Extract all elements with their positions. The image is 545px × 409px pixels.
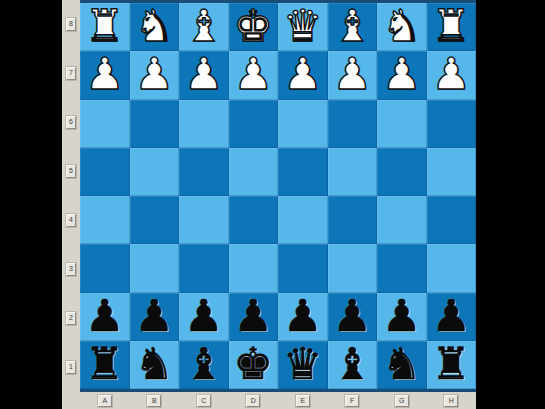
- square-d1[interactable]: ♚: [229, 341, 279, 389]
- file-label-b: B: [147, 395, 161, 407]
- rank-label-8: 8: [66, 18, 76, 31]
- square-f2[interactable]: ♟: [328, 293, 378, 341]
- square-a1[interactable]: ♜: [80, 341, 130, 389]
- file-cell-c: C: [179, 392, 229, 409]
- file-label-e: E: [296, 395, 310, 407]
- square-g8[interactable]: ♞: [377, 3, 427, 51]
- piece-white-bishop[interactable]: ♝: [184, 4, 223, 48]
- square-g2[interactable]: ♟: [377, 293, 427, 341]
- square-b1[interactable]: ♞: [130, 341, 180, 389]
- rank-label-4: 4: [66, 214, 76, 227]
- square-b6[interactable]: [130, 100, 180, 148]
- square-e3[interactable]: [278, 244, 328, 292]
- square-b8[interactable]: ♞: [130, 3, 180, 51]
- file-label-d: D: [246, 395, 260, 407]
- square-g4[interactable]: [377, 196, 427, 244]
- square-e1[interactable]: ♛: [278, 341, 328, 389]
- square-f6[interactable]: [328, 100, 378, 148]
- square-c7[interactable]: ♟: [179, 51, 229, 99]
- piece-white-pawn[interactable]: ♟: [184, 52, 223, 96]
- piece-white-knight[interactable]: ♞: [135, 4, 174, 48]
- file-label-f: F: [345, 395, 359, 407]
- piece-black-pawn[interactable]: ♟: [234, 294, 273, 338]
- square-h7[interactable]: ♟: [427, 51, 477, 99]
- square-f7[interactable]: ♟: [328, 51, 378, 99]
- square-b3[interactable]: [130, 244, 180, 292]
- piece-white-pawn[interactable]: ♟: [135, 52, 174, 96]
- piece-white-king[interactable]: ♚: [234, 4, 273, 48]
- square-h2[interactable]: ♟: [427, 293, 477, 341]
- square-g1[interactable]: ♞: [377, 341, 427, 389]
- square-c4[interactable]: [179, 196, 229, 244]
- file-label-a: A: [98, 395, 112, 407]
- square-b5[interactable]: [130, 148, 180, 196]
- piece-black-pawn[interactable]: ♟: [333, 294, 372, 338]
- square-a8[interactable]: ♜: [80, 3, 130, 51]
- square-e5[interactable]: [278, 148, 328, 196]
- square-b2[interactable]: ♟: [130, 293, 180, 341]
- piece-black-bishop[interactable]: ♝: [333, 342, 372, 386]
- piece-white-knight[interactable]: ♞: [382, 4, 421, 48]
- square-b4[interactable]: [130, 196, 180, 244]
- square-d5[interactable]: [229, 148, 279, 196]
- file-cell-b: B: [130, 392, 180, 409]
- square-c5[interactable]: [179, 148, 229, 196]
- square-c6[interactable]: [179, 100, 229, 148]
- square-e8[interactable]: ♛: [278, 3, 328, 51]
- piece-black-pawn[interactable]: ♟: [432, 294, 471, 338]
- piece-black-pawn[interactable]: ♟: [382, 294, 421, 338]
- square-c2[interactable]: ♟: [179, 293, 229, 341]
- square-f4[interactable]: [328, 196, 378, 244]
- square-h8[interactable]: ♜: [427, 3, 477, 51]
- square-e4[interactable]: [278, 196, 328, 244]
- square-g5[interactable]: [377, 148, 427, 196]
- piece-white-bishop[interactable]: ♝: [333, 4, 372, 48]
- rank-cell-3: 3: [62, 245, 80, 294]
- piece-white-pawn[interactable]: ♟: [283, 52, 322, 96]
- square-e6[interactable]: [278, 100, 328, 148]
- file-cell-h: H: [427, 392, 477, 409]
- piece-black-knight[interactable]: ♞: [135, 342, 174, 386]
- square-d6[interactable]: [229, 100, 279, 148]
- square-h1[interactable]: ♜: [427, 341, 477, 389]
- square-b7[interactable]: ♟: [130, 51, 180, 99]
- rank-cell-5: 5: [62, 147, 80, 196]
- piece-black-pawn[interactable]: ♟: [85, 294, 124, 338]
- rank-cell-2: 2: [62, 294, 80, 343]
- square-h5[interactable]: [427, 148, 477, 196]
- square-d2[interactable]: ♟: [229, 293, 279, 341]
- piece-white-rook[interactable]: ♜: [85, 4, 124, 48]
- rank-label-6: 6: [66, 116, 76, 129]
- piece-white-pawn[interactable]: ♟: [234, 52, 273, 96]
- square-g7[interactable]: ♟: [377, 51, 427, 99]
- letterbox-right: [476, 0, 545, 409]
- square-f3[interactable]: [328, 244, 378, 292]
- rank-labels: 87654321: [62, 0, 80, 392]
- square-d3[interactable]: [229, 244, 279, 292]
- file-cell-e: E: [278, 392, 328, 409]
- piece-white-queen[interactable]: ♛: [283, 4, 322, 48]
- square-a3[interactable]: [80, 244, 130, 292]
- piece-white-pawn[interactable]: ♟: [333, 52, 372, 96]
- square-g3[interactable]: [377, 244, 427, 292]
- file-cell-g: G: [377, 392, 427, 409]
- rank-cell-8: 8: [62, 0, 80, 49]
- rank-label-1: 1: [66, 361, 76, 374]
- square-h3[interactable]: [427, 244, 477, 292]
- square-c8[interactable]: ♝: [179, 3, 229, 51]
- square-d4[interactable]: [229, 196, 279, 244]
- file-label-g: G: [395, 395, 409, 407]
- rank-label-5: 5: [66, 165, 76, 178]
- file-label-h: H: [444, 395, 458, 407]
- square-h6[interactable]: [427, 100, 477, 148]
- rank-cell-1: 1: [62, 343, 80, 392]
- rank-cell-4: 4: [62, 196, 80, 245]
- file-cell-d: D: [229, 392, 279, 409]
- piece-white-pawn[interactable]: ♟: [432, 52, 471, 96]
- file-cell-f: F: [328, 392, 378, 409]
- square-e7[interactable]: ♟: [278, 51, 328, 99]
- square-e2[interactable]: ♟: [278, 293, 328, 341]
- square-f8[interactable]: ♝: [328, 3, 378, 51]
- letterbox-left: [0, 0, 62, 409]
- file-label-c: C: [197, 395, 211, 407]
- piece-black-pawn[interactable]: ♟: [184, 294, 223, 338]
- square-c1[interactable]: ♝: [179, 341, 229, 389]
- rank-cell-6: 6: [62, 98, 80, 147]
- square-a2[interactable]: ♟: [80, 293, 130, 341]
- square-f5[interactable]: [328, 148, 378, 196]
- file-labels: ABCDEFGH: [80, 392, 476, 409]
- piece-white-pawn[interactable]: ♟: [85, 52, 124, 96]
- rank-cell-7: 7: [62, 49, 80, 98]
- board-frame: 87654321 ♜♞♝♚♛♝♞♜♟♟♟♟♟♟♟♟♟♟♟♟♟♟♟♟♜♞♝♚♛♝♞…: [62, 0, 476, 409]
- square-a6[interactable]: [80, 100, 130, 148]
- square-a5[interactable]: [80, 148, 130, 196]
- piece-black-pawn[interactable]: ♟: [135, 294, 174, 338]
- piece-black-queen[interactable]: ♛: [283, 342, 322, 386]
- square-f1[interactable]: ♝: [328, 341, 378, 389]
- square-d7[interactable]: ♟: [229, 51, 279, 99]
- square-d8[interactable]: ♚: [229, 3, 279, 51]
- piece-black-rook[interactable]: ♜: [432, 342, 471, 386]
- file-cell-a: A: [80, 392, 130, 409]
- piece-white-pawn[interactable]: ♟: [382, 52, 421, 96]
- square-a4[interactable]: [80, 196, 130, 244]
- square-a7[interactable]: ♟: [80, 51, 130, 99]
- piece-white-rook[interactable]: ♜: [432, 4, 471, 48]
- piece-black-knight[interactable]: ♞: [382, 342, 421, 386]
- rank-label-7: 7: [66, 67, 76, 80]
- rank-label-3: 3: [66, 263, 76, 276]
- chess-board: ♜♞♝♚♛♝♞♜♟♟♟♟♟♟♟♟♟♟♟♟♟♟♟♟♜♞♝♚♛♝♞♜: [80, 0, 476, 392]
- square-c3[interactable]: [179, 244, 229, 292]
- piece-black-king[interactable]: ♚: [234, 342, 273, 386]
- piece-black-bishop[interactable]: ♝: [184, 342, 223, 386]
- piece-black-pawn[interactable]: ♟: [283, 294, 322, 338]
- square-h4[interactable]: [427, 196, 477, 244]
- square-g6[interactable]: [377, 100, 427, 148]
- piece-black-rook[interactable]: ♜: [85, 342, 124, 386]
- rank-label-2: 2: [66, 312, 76, 325]
